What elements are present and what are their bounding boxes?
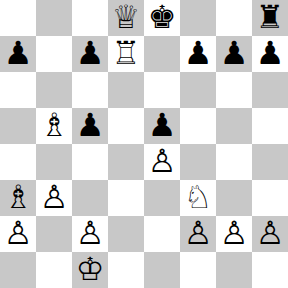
piece-wB-b5[interactable]: ♗ bbox=[40, 107, 69, 143]
square-h6[interactable] bbox=[252, 72, 288, 108]
piece-bP-c7[interactable]: ♟ bbox=[76, 35, 105, 71]
piece-wN-f3[interactable]: ♘ bbox=[184, 179, 213, 215]
square-c5[interactable]: ♟ bbox=[72, 108, 108, 144]
square-d7[interactable]: ♖ bbox=[108, 36, 144, 72]
square-b3[interactable]: ♙ bbox=[36, 180, 72, 216]
piece-wP-c2[interactable]: ♙ bbox=[76, 215, 105, 251]
square-c8[interactable] bbox=[72, 0, 108, 36]
square-g6[interactable] bbox=[216, 72, 252, 108]
square-g7[interactable]: ♟ bbox=[216, 36, 252, 72]
square-g2[interactable]: ♙ bbox=[216, 216, 252, 252]
square-e3[interactable] bbox=[144, 180, 180, 216]
piece-wP-a2[interactable]: ♙ bbox=[4, 215, 33, 251]
piece-bP-a7[interactable]: ♟ bbox=[4, 35, 33, 71]
square-a3[interactable]: ♗ bbox=[0, 180, 36, 216]
piece-wP-b3[interactable]: ♙ bbox=[40, 179, 69, 215]
square-h8[interactable]: ♜ bbox=[252, 0, 288, 36]
square-c4[interactable] bbox=[72, 144, 108, 180]
square-b7[interactable] bbox=[36, 36, 72, 72]
square-b6[interactable] bbox=[36, 72, 72, 108]
piece-wP-f2[interactable]: ♙ bbox=[184, 215, 213, 251]
square-c2[interactable]: ♙ bbox=[72, 216, 108, 252]
square-b1[interactable] bbox=[36, 252, 72, 288]
piece-bP-g7[interactable]: ♟ bbox=[220, 35, 249, 71]
square-d3[interactable] bbox=[108, 180, 144, 216]
square-d2[interactable] bbox=[108, 216, 144, 252]
square-f4[interactable] bbox=[180, 144, 216, 180]
chess-board: ♕♚♜♟♟♖♟♟♟♗♟♟♙♗♙♘♙♙♙♙♙♔ bbox=[0, 0, 288, 288]
piece-wP-e4[interactable]: ♙ bbox=[148, 143, 177, 179]
square-h5[interactable] bbox=[252, 108, 288, 144]
square-d1[interactable] bbox=[108, 252, 144, 288]
square-g8[interactable] bbox=[216, 0, 252, 36]
square-a1[interactable] bbox=[0, 252, 36, 288]
square-d4[interactable] bbox=[108, 144, 144, 180]
square-e8[interactable]: ♚ bbox=[144, 0, 180, 36]
square-c7[interactable]: ♟ bbox=[72, 36, 108, 72]
square-h1[interactable] bbox=[252, 252, 288, 288]
square-a7[interactable]: ♟ bbox=[0, 36, 36, 72]
square-a2[interactable]: ♙ bbox=[0, 216, 36, 252]
square-e7[interactable] bbox=[144, 36, 180, 72]
square-e4[interactable]: ♙ bbox=[144, 144, 180, 180]
square-e5[interactable]: ♟ bbox=[144, 108, 180, 144]
piece-bP-h7[interactable]: ♟ bbox=[256, 35, 285, 71]
square-f5[interactable] bbox=[180, 108, 216, 144]
square-a8[interactable] bbox=[0, 0, 36, 36]
square-f3[interactable]: ♘ bbox=[180, 180, 216, 216]
square-f8[interactable] bbox=[180, 0, 216, 36]
square-g4[interactable] bbox=[216, 144, 252, 180]
square-f2[interactable]: ♙ bbox=[180, 216, 216, 252]
piece-wR-d7[interactable]: ♖ bbox=[112, 35, 141, 71]
piece-bR-h8[interactable]: ♜ bbox=[256, 0, 285, 35]
piece-wP-g2[interactable]: ♙ bbox=[220, 215, 249, 251]
piece-bP-c5[interactable]: ♟ bbox=[76, 107, 105, 143]
square-f6[interactable] bbox=[180, 72, 216, 108]
square-h3[interactable] bbox=[252, 180, 288, 216]
square-b8[interactable] bbox=[36, 0, 72, 36]
square-h7[interactable]: ♟ bbox=[252, 36, 288, 72]
piece-bP-e5[interactable]: ♟ bbox=[148, 107, 177, 143]
square-a6[interactable] bbox=[0, 72, 36, 108]
piece-wB-a3[interactable]: ♗ bbox=[4, 179, 33, 215]
square-c3[interactable] bbox=[72, 180, 108, 216]
square-d5[interactable] bbox=[108, 108, 144, 144]
piece-wP-h2[interactable]: ♙ bbox=[256, 215, 285, 251]
square-f7[interactable]: ♟ bbox=[180, 36, 216, 72]
piece-bP-f7[interactable]: ♟ bbox=[184, 35, 213, 71]
square-g3[interactable] bbox=[216, 180, 252, 216]
square-g5[interactable] bbox=[216, 108, 252, 144]
square-g1[interactable] bbox=[216, 252, 252, 288]
square-h2[interactable]: ♙ bbox=[252, 216, 288, 252]
square-b4[interactable] bbox=[36, 144, 72, 180]
square-d6[interactable] bbox=[108, 72, 144, 108]
square-c6[interactable] bbox=[72, 72, 108, 108]
square-b2[interactable] bbox=[36, 216, 72, 252]
piece-wK-c1[interactable]: ♔ bbox=[76, 251, 105, 287]
square-e2[interactable] bbox=[144, 216, 180, 252]
square-f1[interactable] bbox=[180, 252, 216, 288]
square-a5[interactable] bbox=[0, 108, 36, 144]
square-d8[interactable]: ♕ bbox=[108, 0, 144, 36]
square-c1[interactable]: ♔ bbox=[72, 252, 108, 288]
piece-bK-e8[interactable]: ♚ bbox=[148, 0, 177, 35]
square-e1[interactable] bbox=[144, 252, 180, 288]
square-b5[interactable]: ♗ bbox=[36, 108, 72, 144]
square-a4[interactable] bbox=[0, 144, 36, 180]
piece-wQ-d8[interactable]: ♕ bbox=[112, 0, 141, 35]
square-h4[interactable] bbox=[252, 144, 288, 180]
square-e6[interactable] bbox=[144, 72, 180, 108]
